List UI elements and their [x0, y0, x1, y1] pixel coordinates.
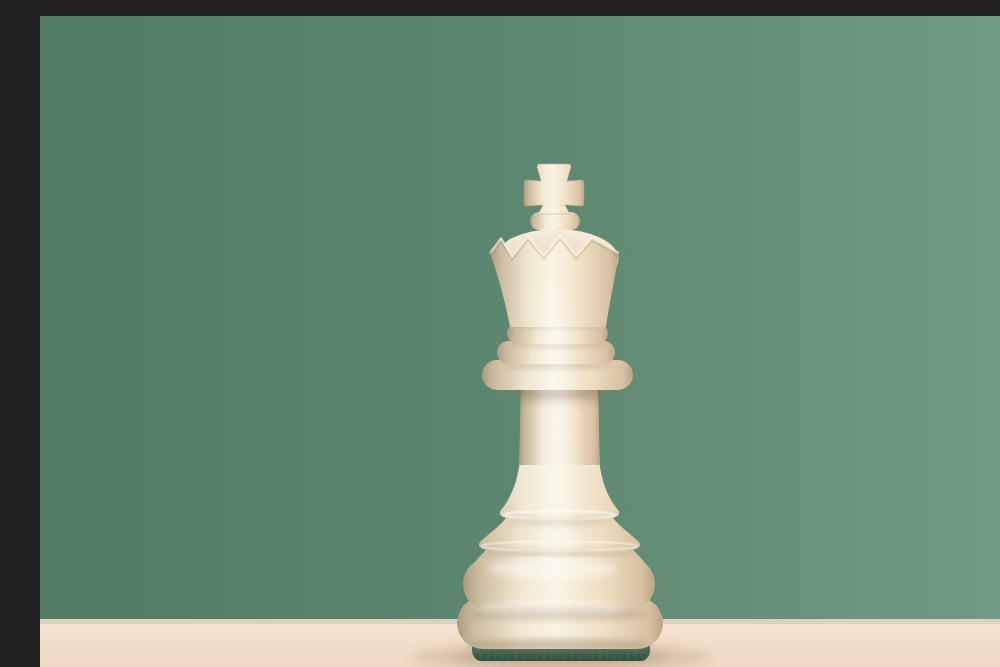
- chess-piece-photo: A single cream-white wooden chess king w…: [40, 16, 1000, 667]
- finial-knob: [530, 212, 580, 230]
- specular-sheen: [540, 266, 572, 596]
- photo-canvas: [40, 16, 1000, 667]
